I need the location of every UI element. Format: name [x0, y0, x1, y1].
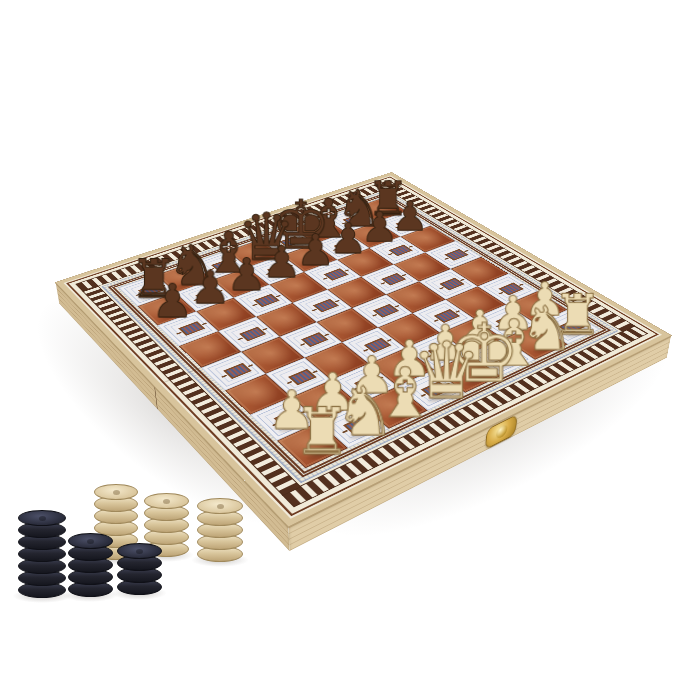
- disc-center-dot: [87, 539, 94, 544]
- disc-center-dot: [39, 516, 46, 521]
- disc-center-dot: [163, 499, 170, 504]
- checkers-tray-area: [0, 0, 700, 700]
- disc-center-dot: [217, 504, 224, 509]
- product-photo-scene: ♜♞♝♛♚♝♞♜♟♟♟♟♟♟♟♟♟♟♟♟♟♟♟♟♜♞♝♛♚♝♞♜: [0, 0, 700, 700]
- checkers-stack-dark-5: [68, 533, 113, 597]
- disc-center-dot: [113, 490, 120, 495]
- disc-center-dot: [136, 549, 143, 554]
- checkers-stack-light-3: [197, 498, 243, 562]
- checker-disc: [117, 543, 162, 559]
- checker-disc: [197, 498, 243, 514]
- checker-disc: [18, 510, 66, 526]
- checkers-stack-dark-6: [18, 510, 66, 598]
- checkers-stack-dark-4: [117, 543, 162, 595]
- checker-disc: [68, 533, 113, 549]
- checker-disc: [94, 484, 138, 500]
- checker-disc: [144, 493, 189, 509]
